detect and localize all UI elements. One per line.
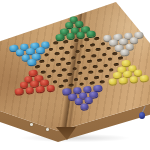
- star-grid: [5, 9, 150, 116]
- empty-hole[interactable]: [63, 79, 68, 83]
- latch-bead: [139, 112, 145, 119]
- empty-hole[interactable]: [109, 69, 114, 73]
- empty-hole[interactable]: [47, 75, 52, 79]
- empty-hole[interactable]: [114, 63, 119, 67]
- empty-hole[interactable]: [69, 84, 74, 88]
- empty-hole[interactable]: [79, 83, 84, 87]
- empty-hole[interactable]: [39, 59, 44, 63]
- empty-hole[interactable]: [50, 58, 55, 62]
- empty-hole[interactable]: [67, 73, 72, 77]
- empty-hole[interactable]: [74, 39, 79, 43]
- empty-hole[interactable]: [44, 53, 49, 57]
- empty-hole[interactable]: [75, 50, 80, 54]
- empty-hole[interactable]: [88, 71, 93, 75]
- empty-hole[interactable]: [57, 74, 62, 78]
- empty-hole[interactable]: [94, 76, 99, 80]
- empty-hole[interactable]: [45, 64, 50, 68]
- empty-hole[interactable]: [58, 85, 63, 89]
- empty-hole[interactable]: [100, 80, 105, 84]
- hinge-pin: [46, 128, 49, 131]
- empty-hole[interactable]: [81, 55, 86, 59]
- empty-hole[interactable]: [102, 53, 107, 57]
- empty-hole[interactable]: [69, 45, 74, 49]
- empty-hole[interactable]: [59, 46, 64, 50]
- empty-hole[interactable]: [73, 78, 78, 82]
- empty-hole[interactable]: [72, 67, 77, 71]
- empty-hole[interactable]: [105, 74, 110, 78]
- empty-hole[interactable]: [100, 42, 105, 46]
- empty-hole[interactable]: [78, 72, 83, 76]
- chinese-checkers-photo: [0, 0, 150, 150]
- empty-hole[interactable]: [53, 80, 58, 84]
- empty-hole[interactable]: [48, 47, 53, 51]
- empty-hole[interactable]: [90, 43, 95, 47]
- empty-hole[interactable]: [51, 69, 56, 73]
- empty-hole[interactable]: [96, 48, 101, 52]
- empty-hole[interactable]: [80, 44, 85, 48]
- empty-hole[interactable]: [54, 52, 59, 56]
- empty-hole[interactable]: [106, 47, 111, 51]
- empty-hole[interactable]: [84, 38, 89, 42]
- hinge-pin: [30, 123, 33, 126]
- empty-hole[interactable]: [108, 58, 113, 62]
- empty-hole[interactable]: [93, 65, 98, 69]
- empty-hole[interactable]: [41, 70, 46, 74]
- empty-hole[interactable]: [35, 65, 40, 69]
- empty-hole[interactable]: [76, 61, 81, 65]
- empty-hole[interactable]: [91, 54, 96, 58]
- board-cell: [79, 103, 90, 110]
- empty-hole[interactable]: [71, 56, 76, 60]
- empty-hole[interactable]: [60, 57, 65, 61]
- empty-hole[interactable]: [62, 68, 67, 72]
- empty-hole[interactable]: [56, 63, 61, 67]
- empty-hole[interactable]: [112, 52, 117, 56]
- empty-hole[interactable]: [82, 66, 87, 70]
- empty-hole[interactable]: [95, 37, 100, 41]
- empty-hole[interactable]: [86, 49, 91, 53]
- empty-hole[interactable]: [84, 77, 89, 81]
- empty-hole[interactable]: [53, 41, 58, 45]
- empty-hole[interactable]: [118, 57, 123, 61]
- empty-hole[interactable]: [66, 62, 71, 66]
- empty-hole[interactable]: [90, 82, 95, 86]
- empty-hole[interactable]: [103, 64, 108, 68]
- empty-hole[interactable]: [65, 51, 70, 55]
- empty-hole[interactable]: [63, 40, 68, 44]
- empty-hole[interactable]: [97, 59, 102, 63]
- empty-hole[interactable]: [87, 60, 92, 64]
- empty-hole[interactable]: [99, 70, 104, 74]
